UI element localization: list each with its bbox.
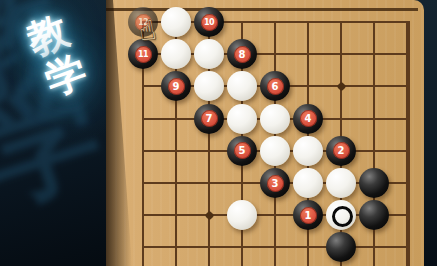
black-stone-move-8[interactable]: 8 bbox=[227, 39, 257, 69]
move-number-badge: 2 bbox=[333, 142, 350, 159]
move-number-badge: 3 bbox=[267, 175, 284, 192]
white-stone[interactable] bbox=[293, 136, 323, 166]
white-stone[interactable] bbox=[260, 136, 290, 166]
white-stone[interactable] bbox=[293, 168, 323, 198]
move-number-badge: 10 bbox=[201, 14, 218, 31]
black-stone-move-2[interactable]: 2 bbox=[326, 136, 356, 166]
white-stone[interactable] bbox=[326, 168, 356, 198]
white-stone[interactable] bbox=[227, 71, 257, 101]
grid-line-col-8 bbox=[406, 21, 410, 266]
black-stone-move-10[interactable]: 10 bbox=[194, 7, 224, 37]
pending-black-stone-move-12[interactable]: 12 bbox=[128, 7, 158, 37]
black-stone-move-7[interactable]: 7 bbox=[194, 104, 224, 134]
move-number-badge: 8 bbox=[234, 46, 251, 63]
black-stone[interactable] bbox=[359, 200, 389, 230]
white-stone[interactable] bbox=[260, 104, 290, 134]
white-stone[interactable] bbox=[161, 39, 191, 69]
white-stone[interactable] bbox=[227, 104, 257, 134]
grid-line-row-7 bbox=[142, 246, 410, 248]
black-stone[interactable] bbox=[326, 232, 356, 262]
marked-stone-circle-icon bbox=[332, 206, 353, 227]
move-number-badge: 1 bbox=[300, 207, 317, 224]
black-stone-move-9[interactable]: 9 bbox=[161, 71, 191, 101]
black-stone-move-5[interactable]: 5 bbox=[227, 136, 257, 166]
teaching-panel: 教学 教 学 bbox=[0, 0, 110, 266]
board-left-edge-shadow bbox=[106, 0, 132, 266]
move-number-badge: 6 bbox=[267, 78, 284, 95]
app-screen: 教学 教 学 121011896745231☝ bbox=[0, 0, 437, 266]
white-stone[interactable] bbox=[194, 39, 224, 69]
black-stone-move-1[interactable]: 1 bbox=[293, 200, 323, 230]
black-stone-move-6[interactable]: 6 bbox=[260, 71, 290, 101]
white-stone[interactable] bbox=[326, 200, 356, 230]
white-stone[interactable] bbox=[227, 200, 257, 230]
move-number-badge: 11 bbox=[135, 46, 152, 63]
move-number-badge: 12 bbox=[135, 14, 152, 31]
white-stone[interactable] bbox=[161, 7, 191, 37]
star-point bbox=[336, 81, 346, 91]
black-stone-move-11[interactable]: 11 bbox=[128, 39, 158, 69]
black-stone-move-4[interactable]: 4 bbox=[293, 104, 323, 134]
move-number-badge: 4 bbox=[300, 110, 317, 127]
black-stone-move-3[interactable]: 3 bbox=[260, 168, 290, 198]
black-stone[interactable] bbox=[359, 168, 389, 198]
white-stone[interactable] bbox=[194, 71, 224, 101]
go-board[interactable]: 121011896745231☝ bbox=[106, 0, 424, 266]
teaching-title-char-2: 学 bbox=[38, 43, 94, 108]
move-number-badge: 5 bbox=[234, 142, 251, 159]
move-number-badge: 7 bbox=[201, 110, 218, 127]
move-number-badge: 9 bbox=[168, 78, 185, 95]
star-point bbox=[204, 210, 214, 220]
